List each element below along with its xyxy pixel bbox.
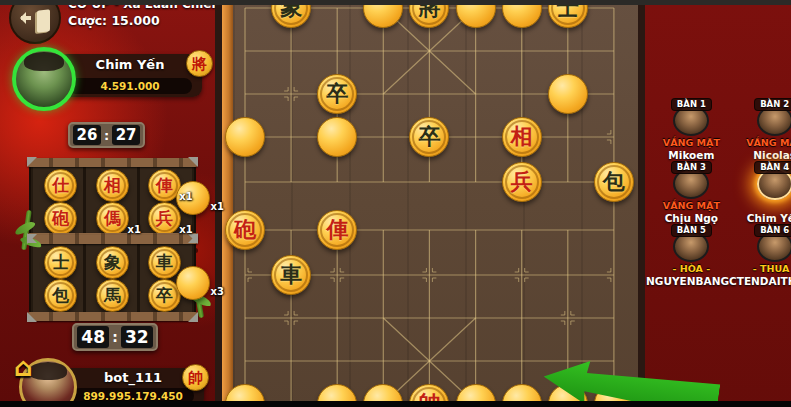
score-colon: : xyxy=(112,329,118,345)
table-player-name: Chịu Ngọ xyxy=(665,212,718,224)
captured-black-tray: 士象車包馬卒 xyxy=(29,242,196,314)
score-left: 48 xyxy=(77,326,109,348)
timer-left: 26 xyxy=(73,125,101,145)
table-player-name: Nicolas xyxy=(753,149,791,161)
table-label: BÀN 4 xyxy=(754,161,791,174)
right-panel: BÀN 1VẮNG MẶTMikoemBÀN 2VẮNG MẶTNicolasB… xyxy=(645,0,791,407)
covered-piece[interactable] xyxy=(317,117,357,157)
top-player-name: Chim Yến xyxy=(58,57,202,72)
piece-glyph: 車 xyxy=(272,256,310,294)
piece-glyph: 象 xyxy=(97,247,128,278)
table-label: BÀN 5 xyxy=(671,224,712,237)
captured-piece-砲: 砲 xyxy=(44,202,77,235)
table-label: BÀN 6 xyxy=(754,224,791,237)
table-status: VẮNG MẶT xyxy=(746,137,791,149)
piece-glyph: 傌 xyxy=(97,203,128,234)
piece-glyph: 車 xyxy=(149,247,180,278)
piece-glyph: 砲 xyxy=(226,211,264,249)
table-status: VẮNG MẶT xyxy=(663,137,720,149)
tray-corner xyxy=(27,312,37,322)
piece-glyph: 俥 xyxy=(318,211,356,249)
exit-arrow-icon xyxy=(21,16,31,20)
top-player-plate: Chim Yến 4.591.000 xyxy=(58,54,202,97)
table-status: VẮNG MẶT xyxy=(663,200,720,212)
captured-piece-馬: 馬 xyxy=(96,279,129,312)
piece-glyph: 砲 xyxy=(45,203,76,234)
table-list: BÀN 1VẮNG MẶTMikoemBÀN 2VẮNG MẶTNicolasB… xyxy=(646,98,791,287)
move-timer: 26 : 27 xyxy=(68,122,145,148)
table-entry-bàn-2[interactable]: BÀN 2VẮNG MẶTNicolas xyxy=(737,98,791,161)
table-label: BÀN 2 xyxy=(754,98,791,111)
xiangqi-board: 象將士卒卒相兵包砲俥車帥 xyxy=(215,0,645,407)
piece-glyph: 兵 xyxy=(503,163,541,201)
board-pieces-layer: 象將士卒卒相兵包砲俥車帥 xyxy=(222,0,637,407)
red-piece-兵[interactable]: 兵 xyxy=(502,162,542,202)
exit-button[interactable] xyxy=(9,0,61,44)
table-status: - THUA - xyxy=(753,263,791,275)
home-icon[interactable]: ⌂ xyxy=(8,352,38,382)
red-piece-俥[interactable]: 俥 xyxy=(317,210,357,250)
covered-piece[interactable] xyxy=(548,74,588,114)
piece-glyph: 卒 xyxy=(318,75,356,113)
captured-piece-傌: 傌x1 xyxy=(96,202,129,235)
table-player-name: TENDAITHEN xyxy=(737,275,791,287)
black-piece-卒[interactable]: 卒 xyxy=(409,117,449,157)
piece-glyph: 包 xyxy=(595,163,633,201)
piece-glyph: 馬 xyxy=(97,280,128,311)
table-entry-bàn-1[interactable]: BÀN 1VẮNG MẶTMikoem xyxy=(646,98,737,161)
captured-piece-士: 士 xyxy=(44,246,77,279)
table-player-name: Chim Yến xyxy=(747,212,791,224)
piece-glyph: 相 xyxy=(503,118,541,156)
tray-corner xyxy=(27,157,37,167)
hidden-count: x1 xyxy=(211,201,224,212)
piece-glyph: 兵 xyxy=(149,203,180,234)
black-piece-卒[interactable]: 卒 xyxy=(317,74,357,114)
hidden-count: x3 xyxy=(211,286,224,297)
game-screen: CỜ ÚP - Xa Luân Chiến, Bàn 4 Cược: 15.00… xyxy=(0,0,791,407)
avatar-art xyxy=(24,52,64,71)
table-label: BÀN 1 xyxy=(671,98,712,111)
piece-glyph: 士 xyxy=(45,247,76,278)
red-piece-砲[interactable]: 砲 xyxy=(225,210,265,250)
captured-hidden-piece: x3 xyxy=(176,266,210,300)
captured-piece-仕: 仕 xyxy=(44,169,77,202)
piece-glyph: 仕 xyxy=(45,170,76,201)
letterbox-bottom xyxy=(0,401,791,407)
piece-glyph: 包 xyxy=(45,280,76,311)
exit-door-icon xyxy=(37,9,50,32)
table-entry-bàn-4[interactable]: BÀN 4Chim Yến xyxy=(737,161,791,224)
piece-glyph: 相 xyxy=(97,170,128,201)
red-piece-相[interactable]: 相 xyxy=(502,117,542,157)
table-entry-bàn-6[interactable]: BÀN 6- THUA -TENDAITHEN xyxy=(737,224,791,287)
black-piece-包[interactable]: 包 xyxy=(594,162,634,202)
capture-count: x1 xyxy=(128,224,141,235)
piece-glyph: 俥 xyxy=(149,170,180,201)
timer-right: 27 xyxy=(112,125,140,145)
captured-red-tray: 仕相俥x1砲傌x1兵x1 xyxy=(29,165,196,235)
score-panel: 48 : 32 xyxy=(72,323,158,351)
top-player-money: 4.591.000 xyxy=(68,78,192,94)
captured-piece-包: 包 xyxy=(44,279,77,312)
timer-colon: : xyxy=(104,128,109,143)
table-player-name: NGUYENBANGC xyxy=(646,275,737,287)
capture-count: x1 xyxy=(179,191,192,202)
black-piece-車[interactable]: 車 xyxy=(271,255,311,295)
piece-glyph: 卒 xyxy=(149,280,180,311)
top-player-avatar[interactable] xyxy=(12,47,76,111)
left-panel: CỜ ÚP - Xa Luân Chiến, Bàn 4 Cược: 15.00… xyxy=(0,0,215,407)
table-label: BÀN 3 xyxy=(671,161,712,174)
black-general-badge: 將 xyxy=(186,50,213,77)
captured-piece-兵: 兵x1 xyxy=(148,202,181,235)
red-general-badge: 帥 xyxy=(182,364,209,391)
table-entry-bàn-3[interactable]: BÀN 3VẮNG MẶTChịu Ngọ xyxy=(646,161,737,224)
score-right: 32 xyxy=(121,326,153,348)
table-player-name: Mikoem xyxy=(668,149,714,161)
letterbox-top xyxy=(0,0,791,5)
covered-piece[interactable] xyxy=(225,117,265,157)
capture-count: x1 xyxy=(179,224,192,235)
tray-corner xyxy=(188,312,198,322)
captured-piece-象: 象 xyxy=(96,246,129,279)
captured-piece-車: 車 xyxy=(148,246,181,279)
tray-corner xyxy=(188,157,198,167)
table-status: - HÒA - xyxy=(673,263,711,275)
piece-glyph: 卒 xyxy=(410,118,448,156)
stake-label: Cược: 15.000 xyxy=(68,13,160,28)
table-entry-bàn-5[interactable]: BÀN 5- HÒA -NGUYENBANGC xyxy=(646,224,737,287)
captured-piece-相: 相 xyxy=(96,169,129,202)
